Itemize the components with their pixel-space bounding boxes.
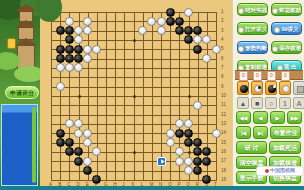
grid-line-vertical [143, 12, 144, 181]
star-point [133, 95, 136, 98]
place-black-stone-button[interactable] [237, 81, 249, 95]
white-stone [184, 157, 193, 166]
lantern-decoration [7, 38, 16, 49]
place-black-numbered-button[interactable] [265, 81, 277, 95]
bottom-button-研 讨[interactable]: 研 讨 [236, 141, 267, 154]
row-number: 16 [221, 150, 226, 155]
white-stone [83, 54, 92, 63]
row-number: 2 [221, 19, 224, 24]
white-stone [175, 119, 184, 128]
button-icon [272, 8, 278, 14]
watermark-icon [265, 169, 269, 173]
white-stone [83, 129, 92, 138]
grid-line-vertical [152, 12, 153, 181]
white-stone [184, 119, 193, 128]
black-stone [193, 45, 202, 54]
markup-tool-○[interactable]: ○ [265, 97, 277, 109]
capture-counter: 0 [253, 71, 262, 81]
grid-line-vertical [60, 12, 61, 181]
white-stone [175, 157, 184, 166]
white-stone [74, 26, 83, 35]
row-number: 17 [221, 159, 226, 164]
panel-button-保存棋谱[interactable]: 保存棋谱 [271, 41, 302, 54]
capture-counter: 0 [281, 71, 290, 81]
white-stone [65, 119, 74, 128]
row-number: 3 [221, 29, 224, 34]
white-stone [212, 129, 221, 138]
row-number: 13 [221, 122, 226, 127]
black-stone-icon [240, 85, 248, 93]
row-number: 11 [221, 103, 226, 108]
nav-forward-button[interactable]: ▶ [270, 111, 285, 124]
markup-tool-▲[interactable]: ▲ [237, 97, 249, 109]
black-stone [193, 138, 202, 147]
white-stone [83, 45, 92, 54]
black-stone [166, 17, 175, 26]
black-stone [83, 166, 92, 175]
black-stone [74, 147, 83, 156]
white-stone [193, 101, 202, 110]
grid-line-vertical [88, 12, 89, 181]
row-number: 1 [221, 10, 224, 15]
assign-homework-button[interactable]: 布置作业 [270, 126, 301, 139]
black-stone [193, 157, 202, 166]
star-point [188, 95, 191, 98]
black-stone [74, 54, 83, 63]
black-stone [56, 45, 65, 54]
white-stone-icon [282, 85, 290, 93]
button-icon [238, 46, 244, 52]
black-stone [74, 157, 83, 166]
black-stone [92, 175, 101, 184]
mini-mark [258, 86, 261, 89]
panel-button-打开讲义[interactable]: 打开讲义 [237, 22, 268, 35]
white-stone [92, 45, 101, 54]
capture-counter: 0 [267, 71, 276, 81]
black-stone [65, 45, 74, 54]
row-number: 14 [221, 131, 226, 136]
white-stone [65, 17, 74, 26]
star-point [188, 151, 191, 154]
black-stone [166, 8, 175, 17]
row-number: 5 [221, 47, 224, 52]
white-stone [138, 26, 147, 35]
button-icon [272, 46, 278, 52]
button-icon [238, 8, 244, 14]
white-stone [74, 119, 83, 128]
white-stone [147, 17, 156, 26]
markup-tool-■[interactable]: ■ [251, 97, 263, 109]
bottom-button-加载死活[interactable]: 加载死活 [269, 141, 301, 154]
control-panel: 结对实战鲜花鼓励打开讲义99讲义形势判断保存棋谱复制棋谱退 出 0000 ▲■○… [232, 0, 304, 190]
white-stone [83, 17, 92, 26]
grid-line-vertical [170, 12, 171, 181]
nav-back-button[interactable]: ◀ [253, 111, 268, 124]
black-stone [193, 166, 202, 175]
black-stone [65, 26, 74, 35]
grid-line-vertical [216, 12, 217, 181]
row-number: 4 [221, 38, 224, 43]
white-stone [175, 147, 184, 156]
black-stone [74, 45, 83, 54]
row-number: 15 [221, 141, 226, 146]
white-stone [166, 138, 175, 147]
row-number: 12 [221, 113, 226, 118]
panel-button-形势判断[interactable]: 形势判断 [237, 41, 268, 54]
black-stone [56, 129, 65, 138]
white-stone [83, 157, 92, 166]
black-stone [184, 129, 193, 138]
grid-line-vertical [106, 12, 107, 181]
white-stone [212, 45, 221, 54]
black-stone [193, 147, 202, 156]
chat-scrollbar[interactable] [32, 107, 36, 183]
grid-line-vertical [161, 12, 162, 181]
place-white-stone-button[interactable] [251, 81, 263, 95]
panel-button-结对实战[interactable]: 结对实战 [237, 3, 268, 16]
white-stone [184, 8, 193, 17]
black-stone [56, 26, 65, 35]
go-board[interactable]: ABCDEFGHJKLMNOPQRST123456789101112131415… [40, 0, 232, 190]
jump-start-button[interactable]: |◀ [236, 126, 251, 139]
nav-fast-forward-button[interactable]: ▶▶ [287, 111, 302, 124]
black-stone [65, 138, 74, 147]
star-point [133, 39, 136, 42]
jump-end-button[interactable]: ▶| [253, 126, 268, 139]
panel-button-99讲义[interactable]: 99讲义 [271, 22, 302, 35]
button-icon [274, 27, 280, 33]
white-stone [74, 129, 83, 138]
row-number: 8 [221, 75, 224, 80]
row-number: 19 [221, 178, 226, 183]
star-point [133, 151, 136, 154]
white-stone [74, 63, 83, 72]
black-stone [202, 147, 211, 156]
watermark-text: 中国围棋网 [270, 167, 295, 173]
black-stone [202, 175, 211, 184]
eraser-icon [297, 86, 304, 93]
nav-rewind-button[interactable]: ◀◀ [236, 111, 251, 124]
go-app-window: 申请评分 ABCDEFGHJKLMNOPQRST1234567891011121… [0, 0, 304, 190]
black-stone [175, 17, 184, 26]
black-stone [56, 138, 65, 147]
request-rating-button[interactable]: 申请评分 [5, 86, 39, 99]
place-white-trial-button[interactable] [279, 81, 291, 95]
black-stone [184, 26, 193, 35]
star-point [78, 95, 81, 98]
row-number: 6 [221, 57, 224, 62]
black-stone [193, 26, 202, 35]
black-stone [175, 26, 184, 35]
eraser-button[interactable] [293, 81, 304, 95]
markup-tool-1[interactable]: 1 [279, 97, 291, 109]
black-stone [175, 129, 184, 138]
white-stone [184, 166, 193, 175]
white-stone [65, 63, 74, 72]
white-stone [157, 17, 166, 26]
row-number: 9 [221, 85, 224, 90]
button-icon [238, 27, 244, 33]
black-stone [184, 138, 193, 147]
mouse-cursor-marker [157, 157, 166, 166]
white-stone [202, 54, 211, 63]
black-stone [65, 54, 74, 63]
grid-line-vertical [115, 12, 116, 181]
capture-counter: 0 [239, 71, 248, 81]
white-stone [83, 26, 92, 35]
white-stone [166, 129, 175, 138]
white-stone-icon [254, 85, 262, 93]
white-stone [202, 35, 211, 44]
markup-tool-A[interactable]: A [293, 97, 304, 109]
white-stone [157, 26, 166, 35]
white-stone [74, 35, 83, 44]
white-stone [83, 138, 92, 147]
window-bottom-bar [0, 186, 304, 190]
black-stone [65, 147, 74, 156]
scenery-sidebar: 申请评分 [0, 0, 42, 190]
white-stone [92, 147, 101, 156]
black-stone [184, 35, 193, 44]
row-number: 7 [221, 66, 224, 71]
white-stone [56, 82, 65, 91]
black-stone [56, 54, 65, 63]
watermark-badge: 中国围棋网 [256, 166, 304, 176]
chat-panel[interactable] [1, 104, 38, 186]
white-stone [56, 63, 65, 72]
black-stone [65, 35, 74, 44]
row-number: 18 [221, 169, 226, 174]
grid-line-vertical [51, 12, 52, 181]
grid-line-vertical [124, 12, 125, 181]
row-number: 10 [221, 94, 226, 99]
black-stone-icon [268, 85, 276, 93]
black-stone [202, 157, 211, 166]
panel-button-鲜花鼓励[interactable]: 鲜花鼓励 [271, 3, 302, 16]
mini-mark [273, 85, 276, 88]
white-stone [193, 35, 202, 44]
